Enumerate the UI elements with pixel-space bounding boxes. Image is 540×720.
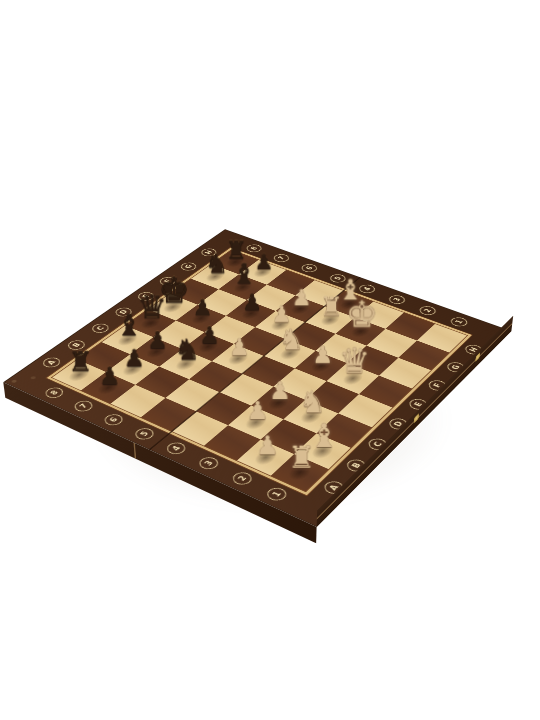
black-pawn-icon: ♟ [87,364,133,388]
white-pawn-icon: ♟ [217,336,262,359]
white-rook-icon: ♜ [277,443,327,473]
brass-clasp-icon[interactable] [414,413,419,424]
side-inlay-line [134,443,136,459]
white-queen-icon: ♛ [332,344,378,379]
white-knight-icon: ♞ [289,386,336,417]
product-photo-stage: ABCDEFGH ABCDEFGH 87654321 87654321 ♜♝♛♚… [0,0,540,720]
black-knight-icon: ♞ [165,335,210,364]
white-pawn-icon: ♟ [234,398,282,423]
